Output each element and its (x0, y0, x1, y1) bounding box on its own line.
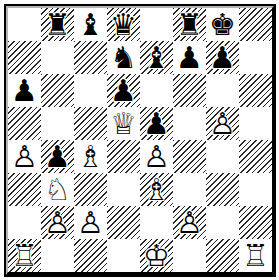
piece-black-queen[interactable]: ♛♛ (107, 8, 140, 41)
white-pawn-icon: ♙ (140, 140, 173, 173)
white-queen-icon: ♕ (107, 107, 140, 140)
piece-black-pawn[interactable]: ♟♟ (41, 140, 74, 173)
white-knight-fill-icon: ♞ (41, 173, 74, 206)
white-pawn-fill-icon: ♟ (74, 206, 107, 239)
piece-black-rook[interactable]: ♜♜ (173, 8, 206, 41)
square-f4[interactable] (173, 140, 206, 173)
piece-white-pawn[interactable]: ♟♙ (206, 107, 239, 140)
black-pawn-icon: ♟ (8, 74, 41, 107)
white-rook-icon: ♖ (239, 239, 272, 272)
square-a8[interactable] (8, 8, 41, 41)
piece-black-bishop[interactable]: ♝♝ (140, 41, 173, 74)
square-b7[interactable] (41, 41, 74, 74)
square-h5[interactable] (239, 107, 272, 140)
piece-white-pawn[interactable]: ♟♙ (140, 140, 173, 173)
black-pawn-fill-icon: ♟ (107, 74, 140, 107)
piece-white-pawn[interactable]: ♟♙ (173, 206, 206, 239)
black-pawn-fill-icon: ♟ (140, 107, 173, 140)
piece-black-pawn[interactable]: ♟♟ (173, 41, 206, 74)
square-e2[interactable] (140, 206, 173, 239)
white-pawn-fill-icon: ♟ (173, 206, 206, 239)
square-h6[interactable] (239, 74, 272, 107)
white-bishop-icon: ♗ (140, 173, 173, 206)
black-queen-fill-icon: ♛ (107, 8, 140, 41)
piece-white-pawn[interactable]: ♟♙ (8, 140, 41, 173)
black-king-fill-icon: ♚ (206, 8, 239, 41)
square-f1[interactable] (173, 239, 206, 272)
piece-black-knight[interactable]: ♞♞ (107, 41, 140, 74)
white-knight-icon: ♘ (41, 173, 74, 206)
black-king-icon: ♚ (206, 8, 239, 41)
chess-diagram-frame: ♜♜♝♝♛♛♜♜♚♚♞♞♝♝♟♟♟♟♟♟♟♟♛♕♟♟♟♙♟♙♟♟♝♗♟♙♞♘♝♗… (4, 4, 276, 277)
square-a2[interactable] (8, 206, 41, 239)
black-rook-fill-icon: ♜ (173, 8, 206, 41)
white-rook-fill-icon: ♜ (8, 239, 41, 272)
piece-white-bishop[interactable]: ♝♗ (74, 140, 107, 173)
white-king-icon: ♔ (140, 239, 173, 272)
square-d8[interactable]: ♛♛ (107, 8, 140, 41)
piece-black-rook[interactable]: ♜♜ (41, 8, 74, 41)
square-d2[interactable] (107, 206, 140, 239)
black-pawn-icon: ♟ (206, 41, 239, 74)
black-bishop-fill-icon: ♝ (140, 41, 173, 74)
square-g7[interactable]: ♟♟ (206, 41, 239, 74)
square-e7[interactable]: ♝♝ (140, 41, 173, 74)
square-g1[interactable] (206, 239, 239, 272)
square-a4[interactable]: ♟♙ (8, 140, 41, 173)
black-bishop-icon: ♝ (140, 41, 173, 74)
white-pawn-icon: ♙ (173, 206, 206, 239)
white-pawn-icon: ♙ (8, 140, 41, 173)
piece-white-rook[interactable]: ♜♖ (8, 239, 41, 272)
black-rook-icon: ♜ (173, 8, 206, 41)
black-bishop-fill-icon: ♝ (74, 8, 107, 41)
square-c6[interactable] (74, 74, 107, 107)
square-b8[interactable]: ♜♜ (41, 8, 74, 41)
black-queen-icon: ♛ (107, 8, 140, 41)
square-g5[interactable]: ♟♙ (206, 107, 239, 140)
piece-white-queen[interactable]: ♛♕ (107, 107, 140, 140)
black-pawn-icon: ♟ (41, 140, 74, 173)
piece-black-pawn[interactable]: ♟♟ (8, 74, 41, 107)
black-bishop-icon: ♝ (74, 8, 107, 41)
square-e8[interactable] (140, 8, 173, 41)
white-pawn-fill-icon: ♟ (140, 140, 173, 173)
black-rook-fill-icon: ♜ (41, 8, 74, 41)
square-g8[interactable]: ♚♚ (206, 8, 239, 41)
black-pawn-icon: ♟ (173, 41, 206, 74)
square-c5[interactable] (74, 107, 107, 140)
square-g2[interactable] (206, 206, 239, 239)
piece-black-king[interactable]: ♚♚ (206, 8, 239, 41)
black-rook-icon: ♜ (41, 8, 74, 41)
square-d6[interactable]: ♟♟ (107, 74, 140, 107)
square-f7[interactable]: ♟♟ (173, 41, 206, 74)
square-c3[interactable] (74, 173, 107, 206)
square-a6[interactable]: ♟♟ (8, 74, 41, 107)
black-pawn-fill-icon: ♟ (41, 140, 74, 173)
white-bishop-fill-icon: ♝ (140, 173, 173, 206)
white-pawn-icon: ♙ (74, 206, 107, 239)
black-knight-fill-icon: ♞ (107, 41, 140, 74)
square-a7[interactable] (8, 41, 41, 74)
white-rook-icon: ♖ (8, 239, 41, 272)
square-b2[interactable]: ♟♙ (41, 206, 74, 239)
square-b1[interactable] (41, 239, 74, 272)
piece-black-pawn[interactable]: ♟♟ (206, 41, 239, 74)
square-c8[interactable]: ♝♝ (74, 8, 107, 41)
square-b3[interactable]: ♞♘ (41, 173, 74, 206)
square-g6[interactable] (206, 74, 239, 107)
white-bishop-fill-icon: ♝ (74, 140, 107, 173)
square-d1[interactable] (107, 239, 140, 272)
black-knight-icon: ♞ (107, 41, 140, 74)
square-c1[interactable] (74, 239, 107, 272)
square-b5[interactable] (41, 107, 74, 140)
square-d3[interactable] (107, 173, 140, 206)
square-e6[interactable] (140, 74, 173, 107)
square-d5[interactable]: ♛♕ (107, 107, 140, 140)
piece-white-pawn[interactable]: ♟♙ (41, 206, 74, 239)
square-d4[interactable] (107, 140, 140, 173)
square-f8[interactable]: ♜♜ (173, 8, 206, 41)
white-rook-fill-icon: ♜ (239, 239, 272, 272)
square-h3[interactable] (239, 173, 272, 206)
chess-diagram-inner-trim: ♜♜♝♝♛♛♜♜♚♚♞♞♝♝♟♟♟♟♟♟♟♟♛♕♟♟♟♙♟♙♟♟♝♗♟♙♞♘♝♗… (6, 6, 274, 275)
piece-black-pawn[interactable]: ♟♟ (140, 107, 173, 140)
piece-white-knight[interactable]: ♞♘ (41, 173, 74, 206)
square-a5[interactable] (8, 107, 41, 140)
square-e4[interactable]: ♟♙ (140, 140, 173, 173)
black-pawn-icon: ♟ (107, 74, 140, 107)
square-f6[interactable] (173, 74, 206, 107)
white-queen-fill-icon: ♛ (107, 107, 140, 140)
square-a1[interactable]: ♜♖ (8, 239, 41, 272)
square-e3[interactable]: ♝♗ (140, 173, 173, 206)
square-c2[interactable]: ♟♙ (74, 206, 107, 239)
square-b6[interactable] (41, 74, 74, 107)
square-h7[interactable] (239, 41, 272, 74)
square-h8[interactable] (239, 8, 272, 41)
piece-black-pawn[interactable]: ♟♟ (107, 74, 140, 107)
square-f2[interactable]: ♟♙ (173, 206, 206, 239)
square-e5[interactable]: ♟♟ (140, 107, 173, 140)
square-f3[interactable] (173, 173, 206, 206)
square-d7[interactable]: ♞♞ (107, 41, 140, 74)
black-pawn-fill-icon: ♟ (173, 41, 206, 74)
square-f5[interactable] (173, 107, 206, 140)
square-b4[interactable]: ♟♟ (41, 140, 74, 173)
square-h2[interactable] (239, 206, 272, 239)
piece-black-bishop[interactable]: ♝♝ (74, 8, 107, 41)
square-a3[interactable] (8, 173, 41, 206)
square-g4[interactable] (206, 140, 239, 173)
piece-white-king[interactable]: ♚♔ (140, 239, 173, 272)
square-c7[interactable] (74, 41, 107, 74)
square-g3[interactable] (206, 173, 239, 206)
white-bishop-icon: ♗ (74, 140, 107, 173)
square-e1[interactable]: ♚♔ (140, 239, 173, 272)
black-pawn-fill-icon: ♟ (8, 74, 41, 107)
piece-white-bishop[interactable]: ♝♗ (140, 173, 173, 206)
white-pawn-icon: ♙ (206, 107, 239, 140)
square-c4[interactable]: ♝♗ (74, 140, 107, 173)
white-pawn-fill-icon: ♟ (206, 107, 239, 140)
piece-white-pawn[interactable]: ♟♙ (74, 206, 107, 239)
white-pawn-fill-icon: ♟ (41, 206, 74, 239)
white-king-fill-icon: ♚ (140, 239, 173, 272)
chess-board: ♜♜♝♝♛♛♜♜♚♚♞♞♝♝♟♟♟♟♟♟♟♟♛♕♟♟♟♙♟♙♟♟♝♗♟♙♞♘♝♗… (8, 8, 272, 272)
square-h1[interactable]: ♜♖ (239, 239, 272, 272)
square-h4[interactable] (239, 140, 272, 173)
white-pawn-icon: ♙ (41, 206, 74, 239)
black-pawn-fill-icon: ♟ (206, 41, 239, 74)
black-pawn-icon: ♟ (140, 107, 173, 140)
piece-white-rook[interactable]: ♜♖ (239, 239, 272, 272)
white-pawn-fill-icon: ♟ (8, 140, 41, 173)
